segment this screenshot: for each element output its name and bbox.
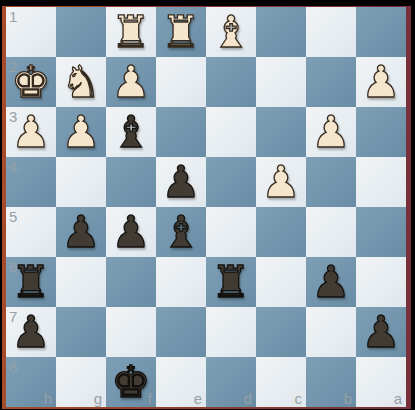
white-pawn-b3[interactable]: ♟ [306,107,356,157]
black-pawn-b6[interactable]: ♟ [306,257,356,307]
square-g6[interactable] [56,257,106,307]
square-b6[interactable]: ♟ [306,257,356,307]
file-label-d: d [244,390,252,407]
chess-board: 1♜♜♝2♚♞♟♟3♟♟♝♟4♟♟5♟♟♝6♜♜♟7♟♟8hgf♚edcba [6,7,406,407]
square-a2[interactable]: ♟ [356,57,406,107]
square-h7[interactable]: 7♟ [6,307,56,357]
square-g4[interactable] [56,157,106,207]
square-b4[interactable] [306,157,356,207]
square-e8[interactable]: e [156,357,206,407]
square-a6[interactable] [356,257,406,307]
square-f7[interactable] [106,307,156,357]
square-h3[interactable]: 3♟ [6,107,56,157]
file-label-c: c [295,390,303,407]
square-f3[interactable]: ♝ [106,107,156,157]
square-c1[interactable] [256,7,306,57]
white-rook-f1[interactable]: ♜ [106,7,156,57]
black-king-f8[interactable]: ♚ [106,357,156,407]
square-e4[interactable]: ♟ [156,157,206,207]
white-pawn-a2[interactable]: ♟ [356,57,406,107]
square-d1[interactable]: ♝ [206,7,256,57]
rank-label-8: 8 [9,358,17,375]
file-label-e: e [194,390,202,407]
square-f8[interactable]: f♚ [106,357,156,407]
square-b3[interactable]: ♟ [306,107,356,157]
file-label-h: h [44,390,52,407]
square-e1[interactable]: ♜ [156,7,206,57]
black-pawn-e4[interactable]: ♟ [156,157,206,207]
square-g8[interactable]: g [56,357,106,407]
file-label-a: a [394,390,402,407]
square-a4[interactable] [356,157,406,207]
black-bishop-e5[interactable]: ♝ [156,207,206,257]
square-a3[interactable] [356,107,406,157]
rank-label-1: 1 [9,8,17,25]
square-d3[interactable] [206,107,256,157]
square-b5[interactable] [306,207,356,257]
black-pawn-f5[interactable]: ♟ [106,207,156,257]
square-h2[interactable]: 2♚ [6,57,56,107]
white-bishop-d1[interactable]: ♝ [206,7,256,57]
square-b2[interactable] [306,57,356,107]
rank-label-5: 5 [9,208,17,225]
file-label-b: b [344,390,352,407]
square-c6[interactable] [256,257,306,307]
square-g5[interactable]: ♟ [56,207,106,257]
square-e5[interactable]: ♝ [156,207,206,257]
square-h6[interactable]: 6♜ [6,257,56,307]
square-f4[interactable] [106,157,156,207]
white-pawn-h3[interactable]: ♟ [6,107,56,157]
file-label-g: g [94,390,102,407]
square-c2[interactable] [256,57,306,107]
black-rook-h6[interactable]: ♜ [6,257,56,307]
square-h1[interactable]: 1 [6,7,56,57]
square-d5[interactable] [206,207,256,257]
white-king-h2[interactable]: ♚ [6,57,56,107]
square-h5[interactable]: 5 [6,207,56,257]
square-c3[interactable] [256,107,306,157]
square-d4[interactable] [206,157,256,207]
square-a1[interactable] [356,7,406,57]
board-frame: 1♜♜♝2♚♞♟♟3♟♟♝♟4♟♟5♟♟♝6♜♜♟7♟♟8hgf♚edcba [2,6,411,409]
square-f5[interactable]: ♟ [106,207,156,257]
white-knight-g2[interactable]: ♞ [56,57,106,107]
white-pawn-g3[interactable]: ♟ [56,107,106,157]
black-pawn-g5[interactable]: ♟ [56,207,106,257]
square-f1[interactable]: ♜ [106,7,156,57]
white-pawn-f2[interactable]: ♟ [106,57,156,107]
square-e3[interactable] [156,107,206,157]
square-c8[interactable]: c [256,357,306,407]
black-pawn-a7[interactable]: ♟ [356,307,406,357]
square-c7[interactable] [256,307,306,357]
square-e2[interactable] [156,57,206,107]
square-e7[interactable] [156,307,206,357]
black-rook-d6[interactable]: ♜ [206,257,256,307]
rank-label-4: 4 [9,158,17,175]
white-pawn-c4[interactable]: ♟ [256,157,306,207]
square-d7[interactable] [206,307,256,357]
square-f6[interactable] [106,257,156,307]
square-a7[interactable]: ♟ [356,307,406,357]
square-c4[interactable]: ♟ [256,157,306,207]
square-d6[interactable]: ♜ [206,257,256,307]
square-b1[interactable] [306,7,356,57]
square-d8[interactable]: d [206,357,256,407]
square-h8[interactable]: 8h [6,357,56,407]
square-g3[interactable]: ♟ [56,107,106,157]
chess-app-window: 1♜♜♝2♚♞♟♟3♟♟♝♟4♟♟5♟♟♝6♜♜♟7♟♟8hgf♚edcba [0,0,415,410]
black-bishop-f3[interactable]: ♝ [106,107,156,157]
square-g2[interactable]: ♞ [56,57,106,107]
square-b7[interactable] [306,307,356,357]
square-c5[interactable] [256,207,306,257]
square-a8[interactable]: a [356,357,406,407]
square-d2[interactable] [206,57,256,107]
square-f2[interactable]: ♟ [106,57,156,107]
black-pawn-h7[interactable]: ♟ [6,307,56,357]
white-rook-e1[interactable]: ♜ [156,7,206,57]
square-h4[interactable]: 4 [6,157,56,207]
square-g1[interactable] [56,7,106,57]
square-b8[interactable]: b [306,357,356,407]
square-g7[interactable] [56,307,106,357]
square-e6[interactable] [156,257,206,307]
square-a5[interactable] [356,207,406,257]
